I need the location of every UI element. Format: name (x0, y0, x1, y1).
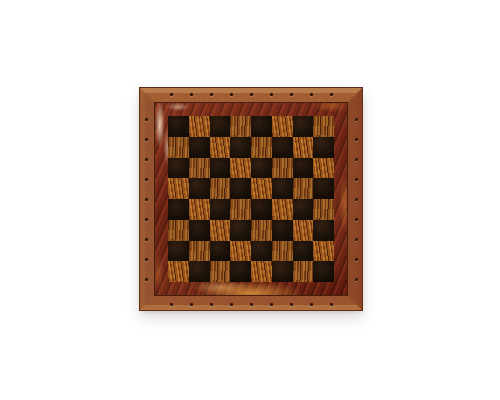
square-r6c3-light (210, 220, 231, 241)
frame-dot-right (355, 238, 358, 241)
square-r5c8-light (313, 199, 334, 220)
frame-dot-top (310, 93, 313, 96)
square-r7c8-light (313, 241, 334, 262)
square-r7c2-light (189, 241, 210, 262)
chessboard-photo (140, 88, 362, 310)
square-r4c4-dark (230, 178, 251, 199)
frame-dot-left (145, 278, 148, 281)
square-r7c6-light (272, 241, 293, 262)
chessboard (168, 116, 334, 282)
frame-dot-left (145, 158, 148, 161)
frame-dot-bottom (190, 303, 193, 306)
frame-dot-right (355, 118, 358, 121)
square-r1c7-dark (293, 116, 314, 137)
frame-dot-right (355, 218, 358, 221)
frame-dot-top (230, 93, 233, 96)
square-r1c6-light (272, 116, 293, 137)
square-r3c3-dark (210, 158, 231, 179)
square-r3c6-light (272, 158, 293, 179)
square-r4c6-dark (272, 178, 293, 199)
frame-dot-top (170, 93, 173, 96)
frame-dot-top (270, 93, 273, 96)
square-r1c4-light (230, 116, 251, 137)
marble-margin (155, 103, 347, 295)
square-r4c2-dark (189, 178, 210, 199)
square-r6c6-dark (272, 220, 293, 241)
square-r8c8-dark (313, 261, 334, 282)
square-r8c5-light (251, 261, 272, 282)
frame-dot-right (355, 198, 358, 201)
square-r4c1-light (168, 178, 189, 199)
square-r6c5-light (251, 220, 272, 241)
square-r7c7-dark (293, 241, 314, 262)
square-r6c7-light (293, 220, 314, 241)
square-r1c2-light (189, 116, 210, 137)
square-r1c8-light (313, 116, 334, 137)
square-r6c1-light (168, 220, 189, 241)
square-r5c7-dark (293, 199, 314, 220)
square-r5c4-light (230, 199, 251, 220)
square-r7c5-dark (251, 241, 272, 262)
square-r5c2-light (189, 199, 210, 220)
square-r3c8-light (313, 158, 334, 179)
square-r8c2-dark (189, 261, 210, 282)
square-r7c4-light (230, 241, 251, 262)
square-r4c5-light (251, 178, 272, 199)
frame-dot-left (145, 178, 148, 181)
square-r6c8-dark (313, 220, 334, 241)
frame-dot-bottom (170, 303, 173, 306)
square-r8c4-dark (230, 261, 251, 282)
frame-dot-right (355, 278, 358, 281)
square-r4c7-light (293, 178, 314, 199)
frame-dot-top (250, 93, 253, 96)
frame-dot-bottom (230, 303, 233, 306)
frame-dot-bottom (270, 303, 273, 306)
frame-dot-left (145, 198, 148, 201)
square-r8c1-light (168, 261, 189, 282)
frame-dot-top (290, 93, 293, 96)
square-r6c2-dark (189, 220, 210, 241)
square-r1c5-dark (251, 116, 272, 137)
square-r2c6-dark (272, 137, 293, 158)
frame-dot-left (145, 218, 148, 221)
frame-dot-left (145, 118, 148, 121)
square-r8c6-dark (272, 261, 293, 282)
square-r2c8-dark (313, 137, 334, 158)
square-r3c4-light (230, 158, 251, 179)
square-r2c7-light (293, 137, 314, 158)
square-r3c1-dark (168, 158, 189, 179)
frame-dot-left (145, 238, 148, 241)
square-r5c5-dark (251, 199, 272, 220)
square-r3c2-light (189, 158, 210, 179)
frame-dot-bottom (210, 303, 213, 306)
square-r5c1-dark (168, 199, 189, 220)
square-r2c5-light (251, 137, 272, 158)
square-r1c3-dark (210, 116, 231, 137)
square-r2c2-dark (189, 137, 210, 158)
frame-dot-bottom (330, 303, 333, 306)
frame-dot-bottom (250, 303, 253, 306)
frame-dot-top (210, 93, 213, 96)
square-r7c1-dark (168, 241, 189, 262)
frame-dot-right (355, 258, 358, 261)
frame-dot-top (330, 93, 333, 96)
square-r6c4-dark (230, 220, 251, 241)
square-r3c5-dark (251, 158, 272, 179)
frame-dot-right (355, 158, 358, 161)
frame-dot-right (355, 138, 358, 141)
frame-dot-left (145, 258, 148, 261)
frame-dot-left (145, 138, 148, 141)
square-r3c7-dark (293, 158, 314, 179)
square-r4c8-dark (313, 178, 334, 199)
photo-stage (0, 0, 500, 400)
frame-dot-top (190, 93, 193, 96)
square-r8c7-light (293, 261, 314, 282)
frame-dot-right (355, 178, 358, 181)
square-r5c3-dark (210, 199, 231, 220)
square-r4c3-light (210, 178, 231, 199)
square-r5c6-light (272, 199, 293, 220)
square-r1c1-dark (168, 116, 189, 137)
square-r2c4-dark (230, 137, 251, 158)
square-r2c3-light (210, 137, 231, 158)
square-r8c3-light (210, 261, 231, 282)
square-r2c1-light (168, 137, 189, 158)
frame-dot-bottom (290, 303, 293, 306)
frame-dot-bottom (310, 303, 313, 306)
square-r7c3-dark (210, 241, 231, 262)
